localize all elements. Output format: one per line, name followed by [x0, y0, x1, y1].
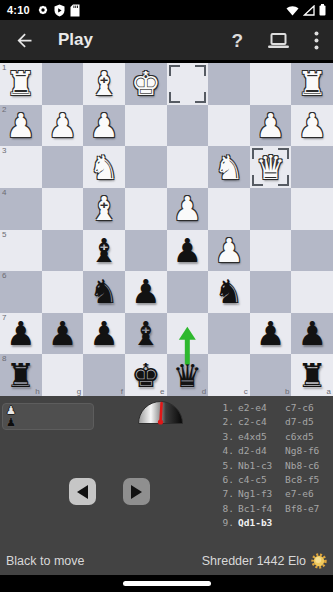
square-a2[interactable]: ♟	[291, 105, 333, 147]
move-row-8[interactable]: 8.Bc1-f4Bf8-e7	[217, 502, 319, 516]
move-row-3[interactable]: 3.e4xd5c6xd5	[217, 430, 319, 444]
move-row-4[interactable]: 4.d2-d4Ng8-f6	[217, 444, 319, 458]
square-f5[interactable]: ♝	[83, 230, 125, 272]
square-e4[interactable]	[125, 188, 167, 230]
square-g8[interactable]: g	[42, 354, 84, 396]
rank-label: 4	[2, 188, 6, 197]
square-d1[interactable]	[167, 63, 209, 105]
right-triangle-icon	[131, 485, 142, 499]
square-c8[interactable]: c	[208, 354, 250, 396]
rank-label: 8	[2, 354, 6, 363]
square-e2[interactable]	[125, 105, 167, 147]
settings-gear-icon	[37, 4, 49, 16]
move-row-7[interactable]: 7.Ng1-f3e7-e6	[217, 487, 319, 501]
shredder-sun-icon	[311, 553, 327, 569]
black-pawn-b7: ♟	[250, 313, 292, 355]
back-arrow-icon[interactable]	[12, 28, 36, 52]
square-b4[interactable]	[250, 188, 292, 230]
square-c1[interactable]	[208, 63, 250, 105]
black-bishop-e7: ♝	[125, 313, 167, 355]
square-d6[interactable]	[167, 271, 209, 313]
engine-strength-label: Shredder 1442 Elo	[202, 554, 306, 568]
lower-panel: ♟♟ 1.e2-e4c7-c62.c2-c4d7-d53.e4xd5c6xd54…	[0, 396, 333, 575]
square-a4[interactable]	[291, 188, 333, 230]
square-d3[interactable]	[167, 146, 209, 188]
overflow-menu-icon[interactable]	[314, 31, 319, 50]
white-pawn-c5: ♟	[208, 230, 250, 272]
file-label: e	[160, 387, 164, 396]
square-b2[interactable]: ♟	[250, 105, 292, 147]
square-f2[interactable]: ♟	[83, 105, 125, 147]
square-f4[interactable]: ♝	[83, 188, 125, 230]
battery-icon	[319, 4, 326, 16]
black-pawn-e6: ♟	[125, 271, 167, 313]
square-e8[interactable]: e♚	[125, 354, 167, 396]
captured-pieces-tray: ♟♟	[2, 403, 94, 430]
square-d8[interactable]: d♛	[167, 354, 209, 396]
white-pawn-a2: ♟	[291, 105, 333, 147]
square-h5[interactable]: 5	[0, 230, 42, 272]
black-knight-f6: ♞	[83, 271, 125, 313]
square-a8[interactable]: a♜	[291, 354, 333, 396]
side-to-move-label: Black to move	[6, 554, 85, 568]
square-e5[interactable]	[125, 230, 167, 272]
move-row-2[interactable]: 2.c2-c4d7-d5	[217, 415, 319, 429]
rank-label: 7	[2, 313, 6, 322]
file-label: g	[77, 387, 81, 396]
rank-label: 5	[2, 230, 6, 239]
square-a3[interactable]	[291, 146, 333, 188]
left-triangle-icon	[77, 485, 88, 499]
square-c3[interactable]: ♞	[208, 146, 250, 188]
move-row-1[interactable]: 1.e2-e4c7-c6	[217, 401, 319, 415]
rank-label: 2	[2, 105, 6, 114]
black-pawn-f7: ♟	[83, 313, 125, 355]
square-c5[interactable]: ♟	[208, 230, 250, 272]
white-pawn-f2: ♟	[83, 105, 125, 147]
rank-label: 1	[2, 63, 6, 72]
next-move-button[interactable]	[123, 478, 150, 505]
cell-signal-icon	[303, 5, 315, 16]
black-pawn-a7: ♟	[291, 313, 333, 355]
square-d7[interactable]	[167, 313, 209, 355]
rank-label: 3	[2, 146, 6, 155]
evaluation-gauge	[137, 400, 184, 425]
square-f7[interactable]: ♟	[83, 313, 125, 355]
black-pawn-g7: ♟	[42, 313, 84, 355]
black-knight-c6: ♞	[208, 271, 250, 313]
square-d2[interactable]	[167, 105, 209, 147]
square-a1[interactable]: ♜	[291, 63, 333, 105]
white-rook-a1: ♜	[291, 63, 333, 105]
white-bishop-f1: ♝	[83, 63, 125, 105]
white-knight-c3: ♞	[208, 146, 250, 188]
status-footer: Black to move Shredder 1442 Elo	[0, 548, 333, 574]
square-b1[interactable]	[250, 63, 292, 105]
move-list: 1.e2-e4c7-c62.c2-c4d7-d53.e4xd5c6xd54.d2…	[217, 401, 319, 531]
square-a6[interactable]	[291, 271, 333, 313]
square-h1[interactable]: 1♜	[0, 63, 42, 105]
square-h4[interactable]: 4	[0, 188, 42, 230]
square-c7[interactable]	[208, 313, 250, 355]
black-pawn-d5: ♟	[167, 230, 209, 272]
square-a7[interactable]: ♟	[291, 313, 333, 355]
square-g5[interactable]	[42, 230, 84, 272]
square-f8[interactable]: f	[83, 354, 125, 396]
square-g7[interactable]: ♟	[42, 313, 84, 355]
square-h6[interactable]: 6	[0, 271, 42, 313]
shredder-chess-app: 4:10	[0, 0, 333, 592]
square-b5[interactable]	[250, 230, 292, 272]
square-f3[interactable]: ♞	[83, 146, 125, 188]
page-title: Play	[58, 30, 93, 50]
status-bar: 4:10	[0, 0, 333, 20]
help-button[interactable]: ?	[231, 31, 243, 50]
move-row-5[interactable]: 5.Nb1-c3Nb8-c6	[217, 459, 319, 473]
square-g2[interactable]: ♟	[42, 105, 84, 147]
white-king-e1: ♚	[125, 63, 167, 105]
app-bar: Play ?	[0, 20, 333, 60]
chess-board: 1♜♝♚♜2♟♟♟♟♟3♞♞♛4♝♟5♝♟♟6♞♟♞7♟♟♟♝♟♟8h♜gfe♚…	[0, 63, 333, 396]
previous-move-button[interactable]	[69, 478, 96, 505]
square-b8[interactable]: b	[250, 354, 292, 396]
rank-label: 6	[2, 271, 6, 280]
square-c2[interactable]	[208, 105, 250, 147]
square-e7[interactable]: ♝	[125, 313, 167, 355]
square-g3[interactable]	[42, 146, 84, 188]
square-h2[interactable]: 2♟	[0, 105, 42, 147]
move-row-9[interactable]: 9.Qd1-b3	[217, 516, 319, 530]
board-grid: 1♜♝♚♜2♟♟♟♟♟3♞♞♛4♝♟5♝♟♟6♞♟♞7♟♟♟♝♟♟8h♜gfe♚…	[0, 63, 333, 396]
square-h3[interactable]: 3	[0, 146, 42, 188]
square-f1[interactable]: ♝	[83, 63, 125, 105]
square-g6[interactable]	[42, 271, 84, 313]
square-b7[interactable]: ♟	[250, 313, 292, 355]
engine-laptop-icon[interactable]	[267, 31, 290, 50]
sd-card-icon	[70, 4, 80, 17]
file-label: d	[202, 387, 206, 396]
white-pawn-b2: ♟	[250, 105, 292, 147]
square-b3[interactable]: ♛	[250, 146, 292, 188]
square-h8[interactable]: 8h♜	[0, 354, 42, 396]
square-e1[interactable]: ♚	[125, 63, 167, 105]
file-label: b	[285, 387, 289, 396]
square-h7[interactable]: 7♟	[0, 313, 42, 355]
square-b6[interactable]	[250, 271, 292, 313]
android-nav-bar	[0, 575, 333, 592]
wifi-icon	[286, 5, 299, 16]
white-bishop-f4: ♝	[83, 188, 125, 230]
square-f6[interactable]: ♞	[83, 271, 125, 313]
move-row-6[interactable]: 6.c4-c5Bc8-f5	[217, 473, 319, 487]
square-g4[interactable]	[42, 188, 84, 230]
square-e6[interactable]: ♟	[125, 271, 167, 313]
square-d4[interactable]: ♟	[167, 188, 209, 230]
white-knight-f3: ♞	[83, 146, 125, 188]
play-protect-shield-icon	[54, 4, 65, 17]
file-label: h	[35, 387, 39, 396]
square-g1[interactable]	[42, 63, 84, 105]
square-d5[interactable]: ♟	[167, 230, 209, 272]
square-a5[interactable]	[291, 230, 333, 272]
square-e3[interactable]	[125, 146, 167, 188]
captured-black-pawn: ♟	[6, 417, 93, 429]
clock: 4:10	[7, 4, 30, 16]
captured-white-pawn: ♟	[6, 405, 93, 417]
square-c6[interactable]: ♞	[208, 271, 250, 313]
file-label: a	[327, 387, 331, 396]
white-queen-b3: ♛	[250, 146, 292, 188]
black-bishop-f5: ♝	[83, 230, 125, 272]
gesture-bar[interactable]	[123, 581, 211, 586]
white-pawn-g2: ♟	[42, 105, 84, 147]
square-c4[interactable]	[208, 188, 250, 230]
file-label: f	[121, 387, 123, 396]
file-label: c	[244, 387, 248, 396]
white-pawn-d4: ♟	[167, 188, 209, 230]
